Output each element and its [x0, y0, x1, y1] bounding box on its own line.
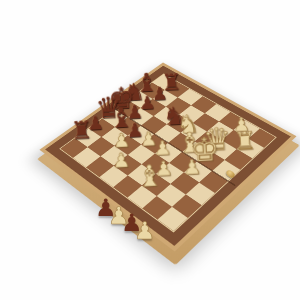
captured-light-pawn: ♟	[134, 219, 156, 243]
board-surface: ♜♟♝♟♜♞♟♞♞♛♚♟♝♚♛♝♟♟♟♟♟♟♟♜♟♝	[39, 63, 296, 252]
square-a2: ♜	[75, 128, 101, 147]
scene: ♜♟♝♟♜♞♟♞♞♛♚♟♝♚♛♝♟♟♟♟♟♟♟♜♟♝	[0, 0, 300, 300]
square-f2: ♝	[142, 174, 171, 196]
square-f5: ♝	[182, 142, 209, 162]
chess-board: ♜♟♝♟♜♞♟♞♞♛♚♟♝♚♛♝♟♟♟♟♟♟♟♜♟♝	[39, 63, 296, 252]
product-photo: ♜♟♝♟♜♞♟♞♞♛♚♟♝♚♛♝♟♟♟♟♟♟♟♜♟♝ ♟♟♟♟	[0, 0, 300, 300]
board-grid: ♜♟♝♟♜♞♟♞♞♛♚♟♝♚♛♝♟♟♟♟♟♟♟♜♟♝	[61, 74, 276, 231]
piece-dark-rook-a2: ♜	[70, 118, 93, 143]
